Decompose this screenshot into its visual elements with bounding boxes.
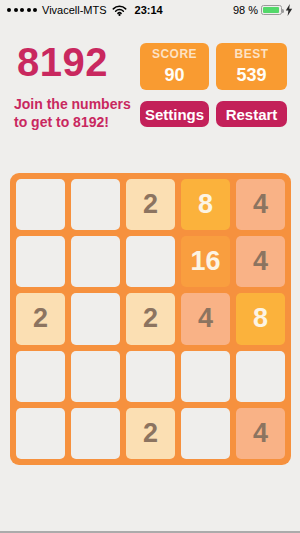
best-value: 539 [236,65,266,86]
game-title: 8192 [17,42,108,82]
header: 8192 Join the numbers to get to 8192! SC… [0,20,300,173]
subtitle-line-2: to get to 8192! [14,114,109,130]
subtitle-line-1: Join the numbers [14,96,131,112]
tile-16: 16 [181,236,230,287]
empty-cell [71,408,120,459]
game-subtitle: Join the numbers to get to 8192! [14,96,131,131]
best-box: BEST 539 [216,43,287,90]
empty-cell [71,351,120,402]
tile-4: 4 [236,408,285,459]
tile-2: 2 [16,293,65,344]
clock: 23:14 [135,4,163,16]
tile-2: 2 [126,293,175,344]
tile-8: 8 [181,179,230,230]
score-value: 90 [164,65,184,86]
tile-4: 4 [181,293,230,344]
empty-cell [16,179,65,230]
tile-4: 4 [236,179,285,230]
status-bar: Vivacell-MTS 23:14 98 % [0,0,300,20]
empty-cell [236,351,285,402]
charging-bolt-icon [285,4,293,16]
empty-cell [181,408,230,459]
empty-cell [126,236,175,287]
wifi-icon [112,5,127,16]
empty-cell [71,179,120,230]
tile-8: 8 [236,293,285,344]
empty-cell [126,351,175,402]
empty-cell [16,408,65,459]
carrier-label: Vivacell-MTS [42,4,107,16]
restart-button[interactable]: Restart [216,101,287,127]
empty-cell [71,236,120,287]
empty-cell [71,293,120,344]
signal-strength-icon [7,8,37,12]
battery-icon [261,5,282,15]
empty-cell [16,351,65,402]
board[interactable]: 284164224824 [10,173,291,465]
empty-cell [181,351,230,402]
empty-cell [16,236,65,287]
best-label: BEST [234,47,268,61]
score-label: SCORE [152,47,197,61]
hud: SCORE 90 BEST 539 Settings Restart [140,43,287,127]
tile-2: 2 [126,179,175,230]
tile-4: 4 [236,236,285,287]
score-box: SCORE 90 [140,43,209,90]
battery-percent-label: 98 % [233,4,258,16]
tile-2: 2 [126,408,175,459]
settings-button[interactable]: Settings [140,101,209,127]
